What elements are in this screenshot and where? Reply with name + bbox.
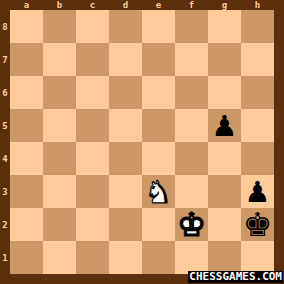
chess-diagram: abcdefgh 87654321 ♟♞♘♟♚♔♚ CHESSGAMES.COM bbox=[0, 0, 284, 284]
square-d5[interactable] bbox=[109, 109, 142, 142]
file-labels: abcdefgh bbox=[10, 0, 274, 10]
square-h2[interactable]: ♚ bbox=[241, 208, 274, 241]
square-d2[interactable] bbox=[109, 208, 142, 241]
rank-label-4: 4 bbox=[0, 142, 10, 175]
square-a4[interactable] bbox=[10, 142, 43, 175]
watermark-label: CHESSGAMES.COM bbox=[188, 271, 283, 283]
square-d4[interactable] bbox=[109, 142, 142, 175]
black-king-icon: ♚ bbox=[241, 208, 274, 241]
rank-label-7: 7 bbox=[0, 43, 10, 76]
square-h8[interactable] bbox=[241, 10, 274, 43]
square-e6[interactable] bbox=[142, 76, 175, 109]
square-g7[interactable] bbox=[208, 43, 241, 76]
piece-white-king-f2[interactable]: ♚♔ bbox=[175, 208, 208, 241]
square-c2[interactable] bbox=[76, 208, 109, 241]
rank-label-5: 5 bbox=[0, 109, 10, 142]
square-b5[interactable] bbox=[43, 109, 76, 142]
square-e2[interactable] bbox=[142, 208, 175, 241]
square-b6[interactable] bbox=[43, 76, 76, 109]
chess-board: ♟♞♘♟♚♔♚ bbox=[10, 10, 274, 274]
piece-black-king-h2[interactable]: ♚ bbox=[241, 208, 274, 241]
square-d6[interactable] bbox=[109, 76, 142, 109]
square-f4[interactable] bbox=[175, 142, 208, 175]
square-c6[interactable] bbox=[76, 76, 109, 109]
square-c1[interactable] bbox=[76, 241, 109, 274]
square-f3[interactable] bbox=[175, 175, 208, 208]
square-e1[interactable] bbox=[142, 241, 175, 274]
square-e4[interactable] bbox=[142, 142, 175, 175]
rank-label-8: 8 bbox=[0, 10, 10, 43]
square-a5[interactable] bbox=[10, 109, 43, 142]
square-b3[interactable] bbox=[43, 175, 76, 208]
rank-label-6: 6 bbox=[0, 76, 10, 109]
rank-label-2: 2 bbox=[0, 208, 10, 241]
square-f7[interactable] bbox=[175, 43, 208, 76]
rank-label-3: 3 bbox=[0, 175, 10, 208]
square-d8[interactable] bbox=[109, 10, 142, 43]
square-b2[interactable] bbox=[43, 208, 76, 241]
square-a7[interactable] bbox=[10, 43, 43, 76]
square-c3[interactable] bbox=[76, 175, 109, 208]
square-d3[interactable] bbox=[109, 175, 142, 208]
square-e3[interactable]: ♞♘ bbox=[142, 175, 175, 208]
square-c7[interactable] bbox=[76, 43, 109, 76]
square-d7[interactable] bbox=[109, 43, 142, 76]
square-a2[interactable] bbox=[10, 208, 43, 241]
square-b8[interactable] bbox=[43, 10, 76, 43]
square-h5[interactable] bbox=[241, 109, 274, 142]
square-g4[interactable] bbox=[208, 142, 241, 175]
square-a3[interactable] bbox=[10, 175, 43, 208]
square-g3[interactable] bbox=[208, 175, 241, 208]
square-b1[interactable] bbox=[43, 241, 76, 274]
piece-white-knight-e3[interactable]: ♞♘ bbox=[142, 175, 175, 208]
square-f6[interactable] bbox=[175, 76, 208, 109]
square-d1[interactable] bbox=[109, 241, 142, 274]
square-e8[interactable] bbox=[142, 10, 175, 43]
white-king-outline-icon: ♔ bbox=[175, 208, 208, 241]
square-h7[interactable] bbox=[241, 43, 274, 76]
white-knight-outline-icon: ♘ bbox=[142, 175, 175, 208]
square-g5[interactable]: ♟ bbox=[208, 109, 241, 142]
piece-black-pawn-g5[interactable]: ♟ bbox=[208, 109, 241, 142]
black-pawn-icon: ♟ bbox=[208, 109, 241, 142]
square-e7[interactable] bbox=[142, 43, 175, 76]
square-c5[interactable] bbox=[76, 109, 109, 142]
square-a1[interactable] bbox=[10, 241, 43, 274]
piece-black-pawn-h3[interactable]: ♟ bbox=[241, 175, 274, 208]
square-b4[interactable] bbox=[43, 142, 76, 175]
square-f2[interactable]: ♚♔ bbox=[175, 208, 208, 241]
square-h3[interactable]: ♟ bbox=[241, 175, 274, 208]
black-pawn-icon: ♟ bbox=[241, 175, 274, 208]
square-c8[interactable] bbox=[76, 10, 109, 43]
square-c4[interactable] bbox=[76, 142, 109, 175]
square-a6[interactable] bbox=[10, 76, 43, 109]
square-g2[interactable] bbox=[208, 208, 241, 241]
square-a8[interactable] bbox=[10, 10, 43, 43]
square-b7[interactable] bbox=[43, 43, 76, 76]
rank-label-1: 1 bbox=[0, 241, 10, 274]
square-g6[interactable] bbox=[208, 76, 241, 109]
square-h6[interactable] bbox=[241, 76, 274, 109]
square-g8[interactable] bbox=[208, 10, 241, 43]
square-e5[interactable] bbox=[142, 109, 175, 142]
square-f8[interactable] bbox=[175, 10, 208, 43]
square-h4[interactable] bbox=[241, 142, 274, 175]
rank-labels: 87654321 bbox=[0, 10, 10, 274]
square-f5[interactable] bbox=[175, 109, 208, 142]
